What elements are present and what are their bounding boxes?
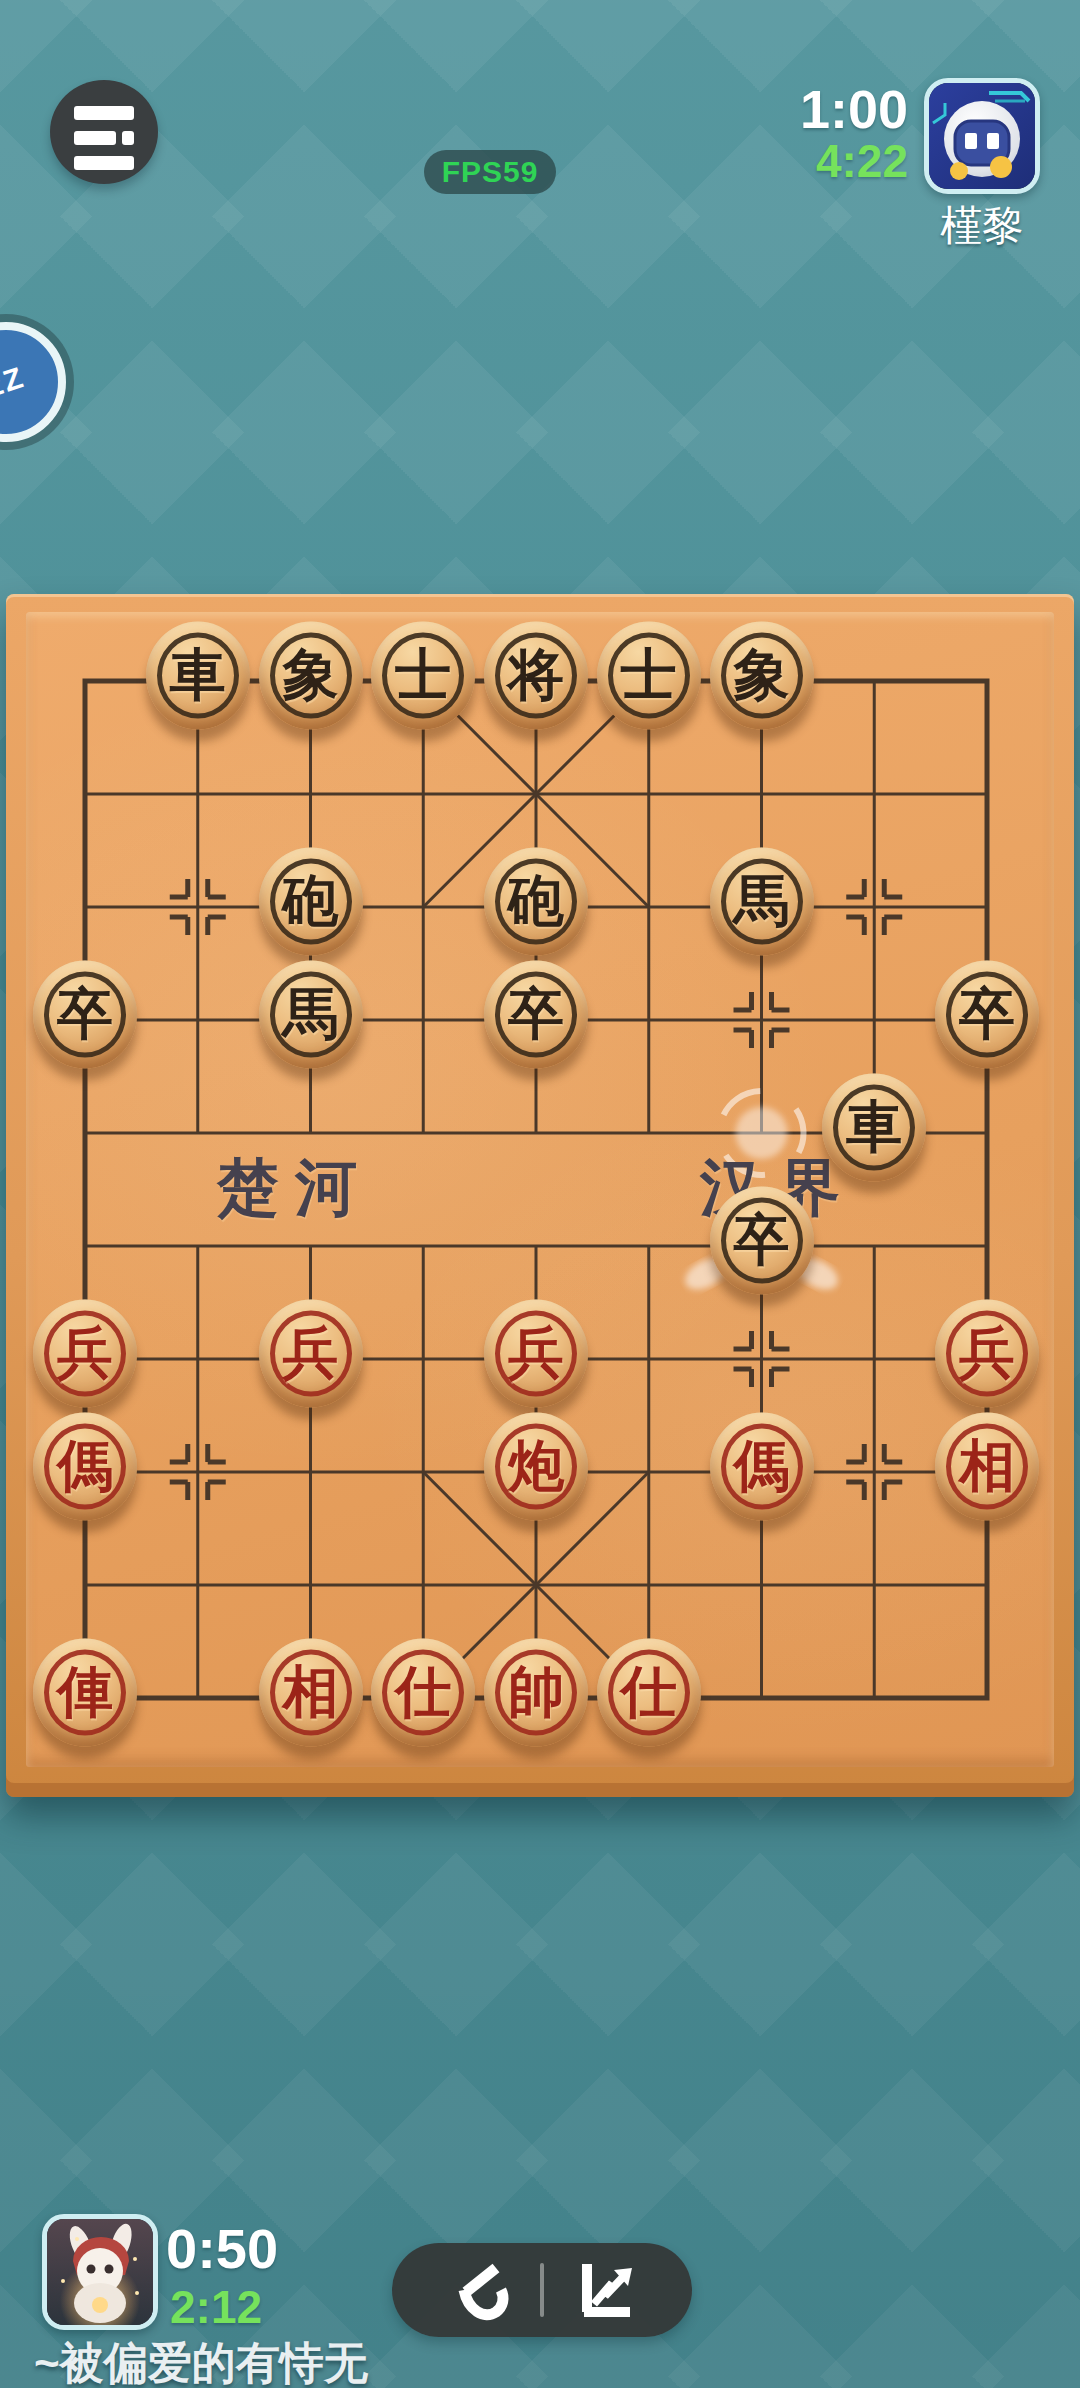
piece-glyph: 卒 [484, 961, 588, 1069]
player-name: ~被偏爱的有恃无 [34, 2334, 368, 2388]
piece-glyph: 卒 [710, 1187, 814, 1295]
red-piece-仕[interactable]: 仕 [597, 1639, 701, 1747]
undo-button[interactable] [442, 2254, 514, 2326]
piece-glyph: 卒 [935, 961, 1039, 1069]
black-piece-砲[interactable]: 砲 [259, 848, 363, 956]
opponent-move-timer: 1:00 [688, 78, 908, 140]
hamburger-icon [74, 106, 134, 170]
red-piece-相[interactable]: 相 [259, 1639, 363, 1747]
robot-avatar-image [929, 83, 1035, 189]
piece-glyph: 帥 [484, 1639, 588, 1747]
menu-button[interactable] [50, 80, 158, 184]
red-piece-兵[interactable]: 兵 [935, 1300, 1039, 1408]
score-button[interactable] [570, 2254, 642, 2326]
piece-glyph: 相 [935, 1413, 1039, 1521]
piece-glyph: 兵 [259, 1300, 363, 1408]
opponent-total-timer: 4:22 [688, 134, 908, 188]
player-move-timer: 0:50 [166, 2216, 278, 2281]
piece-glyph: 兵 [935, 1300, 1039, 1408]
black-piece-馬[interactable]: 馬 [259, 961, 363, 1069]
black-piece-象[interactable]: 象 [259, 622, 363, 730]
red-piece-兵[interactable]: 兵 [33, 1300, 137, 1408]
piece-glyph: 兵 [33, 1300, 137, 1408]
black-piece-車[interactable]: 車 [822, 1074, 926, 1182]
red-piece-傌[interactable]: 傌 [710, 1413, 814, 1521]
bunny-avatar-image [47, 2219, 153, 2325]
piece-glyph: 卒 [33, 961, 137, 1069]
piece-glyph: 炮 [484, 1413, 588, 1521]
piece-glyph: 車 [146, 622, 250, 730]
piece-glyph: 俥 [33, 1639, 137, 1747]
piece-glyph: 傌 [710, 1413, 814, 1521]
red-piece-炮[interactable]: 炮 [484, 1413, 588, 1521]
black-piece-士[interactable]: 士 [371, 622, 475, 730]
opponent-name: 槿黎 [924, 198, 1040, 254]
opponent-avatar[interactable] [924, 78, 1040, 194]
black-piece-卒[interactable]: 卒 [484, 961, 588, 1069]
player-avatar[interactable] [42, 2214, 158, 2330]
piece-glyph: 仕 [597, 1639, 701, 1747]
black-piece-砲[interactable]: 砲 [484, 848, 588, 956]
game-screen: FPS59 zZ 1:00 4:22 槿 [0, 0, 1080, 2388]
red-piece-仕[interactable]: 仕 [371, 1639, 475, 1747]
sleep-bubble: zZ [0, 314, 74, 450]
red-piece-兵[interactable]: 兵 [259, 1300, 363, 1408]
sleep-bubble-label: zZ [0, 360, 29, 404]
piece-glyph: 象 [710, 622, 814, 730]
action-bar [392, 2243, 692, 2337]
player-total-timer: 2:12 [170, 2280, 262, 2334]
piece-glyph: 馬 [710, 848, 814, 956]
red-piece-俥[interactable]: 俥 [33, 1639, 137, 1747]
piece-glyph: 象 [259, 622, 363, 730]
piece-glyph: 傌 [33, 1413, 137, 1521]
piece-glyph: 士 [371, 622, 475, 730]
black-piece-卒[interactable]: 卒 [935, 961, 1039, 1069]
black-piece-卒[interactable]: 卒 [33, 961, 137, 1069]
black-piece-将[interactable]: 将 [484, 622, 588, 730]
red-piece-傌[interactable]: 傌 [33, 1413, 137, 1521]
score-icon [574, 2258, 638, 2322]
fps-badge: FPS59 [424, 150, 556, 194]
black-piece-卒[interactable]: 卒 [710, 1187, 814, 1295]
black-piece-馬[interactable]: 馬 [710, 848, 814, 956]
fps-label: FPS59 [442, 155, 539, 189]
red-piece-兵[interactable]: 兵 [484, 1300, 588, 1408]
piece-glyph: 士 [597, 622, 701, 730]
piece-glyph: 相 [259, 1639, 363, 1747]
black-piece-象[interactable]: 象 [710, 622, 814, 730]
black-piece-士[interactable]: 士 [597, 622, 701, 730]
red-piece-帥[interactable]: 帥 [484, 1639, 588, 1747]
piece-glyph: 馬 [259, 961, 363, 1069]
xiangqi-board[interactable]: 楚河 汉界 車象士将士象砲砲馬卒馬卒卒車卒兵兵兵兵傌炮傌相俥相仕帥仕 [6, 594, 1074, 1797]
pieces-layer: 車象士将士象砲砲馬卒馬卒卒車卒兵兵兵兵傌炮傌相俥相仕帥仕 [6, 594, 1074, 1797]
piece-glyph: 仕 [371, 1639, 475, 1747]
piece-glyph: 砲 [259, 848, 363, 956]
piece-glyph: 車 [822, 1074, 926, 1182]
red-piece-相[interactable]: 相 [935, 1413, 1039, 1521]
black-piece-車[interactable]: 車 [146, 622, 250, 730]
piece-glyph: 将 [484, 622, 588, 730]
action-divider [540, 2263, 544, 2317]
piece-glyph: 砲 [484, 848, 588, 956]
piece-glyph: 兵 [484, 1300, 588, 1408]
undo-icon [446, 2258, 510, 2322]
